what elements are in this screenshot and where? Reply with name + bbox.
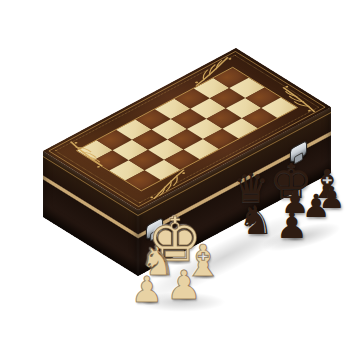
board-square	[187, 119, 222, 139]
board-square	[148, 139, 183, 159]
board-square	[135, 109, 170, 129]
board-square	[168, 129, 203, 149]
board-square	[116, 120, 151, 140]
board-square	[97, 130, 132, 150]
board-square	[152, 119, 187, 139]
board-square	[261, 98, 296, 118]
board-square	[77, 140, 112, 160]
corner-ornament-east-icon	[279, 81, 318, 117]
board-square	[210, 88, 245, 108]
board-square	[164, 149, 199, 169]
board-square	[109, 160, 144, 180]
board-square	[206, 108, 241, 128]
board-square	[171, 109, 206, 129]
board-square	[226, 98, 261, 118]
board-square	[242, 108, 277, 128]
board-square	[113, 140, 148, 160]
board-square	[174, 88, 209, 108]
board-square	[93, 150, 128, 170]
black-pawn-piece: ♟	[319, 183, 346, 213]
board-square	[245, 88, 280, 108]
board-square	[125, 170, 160, 190]
corner-ornament-north-icon	[181, 54, 245, 87]
board-square	[203, 129, 238, 149]
board-square	[155, 99, 190, 119]
white-pawn-piece: ♟	[166, 265, 202, 305]
board-square	[190, 98, 225, 118]
white-pawn-piece: ♟	[131, 272, 163, 308]
board-square	[145, 160, 180, 180]
board-square	[213, 68, 248, 88]
board-square	[222, 118, 257, 138]
board-square	[229, 78, 264, 98]
board-square	[129, 150, 164, 170]
board-square	[194, 78, 229, 98]
board-square	[132, 129, 167, 149]
board-square	[184, 139, 219, 159]
corner-ornament-west-icon	[68, 136, 107, 172]
product-photo: ♛♞♚♟♟♝♟♟♚♞♝♟♟	[0, 0, 350, 350]
